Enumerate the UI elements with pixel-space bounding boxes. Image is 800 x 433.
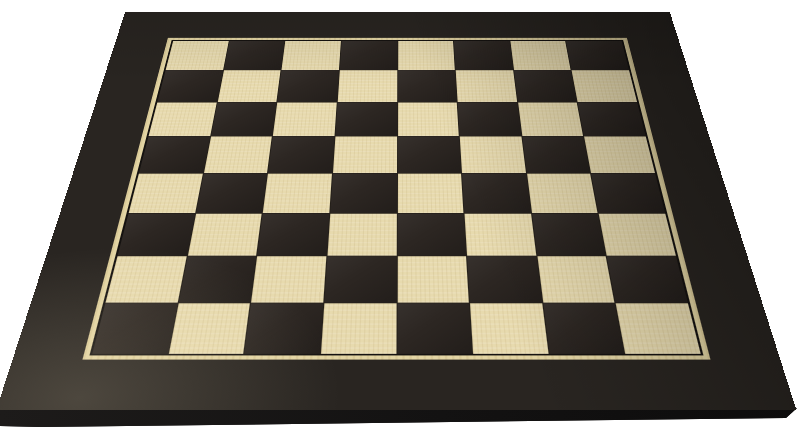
square-c5 xyxy=(268,137,334,173)
square-d8 xyxy=(340,41,397,70)
square-f2 xyxy=(467,256,542,302)
square-b7 xyxy=(217,70,280,101)
square-b8 xyxy=(224,41,285,70)
square-h5 xyxy=(584,137,655,173)
square-c4 xyxy=(263,174,332,213)
square-g8 xyxy=(510,41,571,70)
square-f6 xyxy=(458,102,521,136)
square-e6 xyxy=(398,102,459,136)
square-b1 xyxy=(169,303,251,353)
square-a6 xyxy=(149,102,217,136)
square-h4 xyxy=(591,174,665,213)
square-f7 xyxy=(456,70,517,101)
square-c2 xyxy=(251,256,326,302)
square-e1 xyxy=(397,303,472,353)
square-a4 xyxy=(129,174,203,213)
square-a2 xyxy=(106,256,187,302)
square-f5 xyxy=(460,137,526,173)
square-d3 xyxy=(327,213,396,255)
square-a3 xyxy=(118,213,195,255)
square-f1 xyxy=(470,303,548,353)
square-h3 xyxy=(599,213,676,255)
product-photo-background xyxy=(0,0,800,433)
board-inner-seam xyxy=(90,40,704,355)
square-b4 xyxy=(196,174,267,213)
square-f8 xyxy=(454,41,513,70)
square-d7 xyxy=(338,70,397,101)
square-b3 xyxy=(188,213,262,255)
square-e2 xyxy=(397,256,469,302)
square-a8 xyxy=(166,41,229,70)
square-g2 xyxy=(537,256,615,302)
square-e3 xyxy=(397,213,466,255)
square-d5 xyxy=(333,137,397,173)
square-h2 xyxy=(607,256,688,302)
square-e5 xyxy=(398,137,462,173)
square-a7 xyxy=(157,70,222,101)
square-h8 xyxy=(566,41,629,70)
board-border-line xyxy=(83,37,711,359)
square-c1 xyxy=(245,303,323,353)
square-f3 xyxy=(465,213,536,255)
square-c6 xyxy=(273,102,337,136)
square-h1 xyxy=(616,303,701,353)
square-a5 xyxy=(139,137,210,173)
square-b5 xyxy=(204,137,272,173)
square-g4 xyxy=(527,174,598,213)
square-g6 xyxy=(518,102,584,136)
square-c7 xyxy=(278,70,339,101)
square-d2 xyxy=(324,256,396,302)
square-d1 xyxy=(321,303,396,353)
square-g3 xyxy=(532,213,606,255)
square-d6 xyxy=(335,102,396,136)
square-g1 xyxy=(543,303,624,353)
square-g5 xyxy=(522,137,590,173)
square-e8 xyxy=(398,41,455,70)
chess-grid xyxy=(92,41,700,354)
square-b2 xyxy=(178,256,256,302)
square-a1 xyxy=(92,303,177,353)
square-f4 xyxy=(462,174,531,213)
square-c3 xyxy=(257,213,329,255)
square-c8 xyxy=(282,41,341,70)
square-b6 xyxy=(211,102,277,136)
perspective-scene xyxy=(0,0,800,433)
chess-board-frame xyxy=(0,12,796,410)
square-h7 xyxy=(572,70,637,101)
square-h6 xyxy=(578,102,646,136)
square-g7 xyxy=(514,70,577,101)
square-e4 xyxy=(397,174,463,213)
square-d4 xyxy=(330,174,396,213)
square-e7 xyxy=(398,70,457,101)
